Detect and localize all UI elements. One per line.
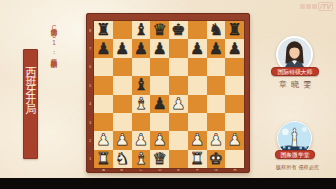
white-bishop: ♝ — [134, 150, 148, 168]
white-pawn: ♟ — [171, 95, 185, 113]
white-pawn: ♟ — [190, 131, 204, 149]
white-bishop: ♝ — [134, 95, 148, 113]
square-h4 — [225, 95, 244, 113]
black-pawn: ♟ — [227, 40, 241, 58]
square-e2 — [169, 131, 188, 149]
white-knight: ♞ — [115, 150, 129, 168]
black-queen: ♛ — [152, 21, 166, 39]
square-e3 — [169, 113, 188, 131]
chess-board: ♜♝♛♚♞♜♟♟♟♟♟♟♟♝♝♟♟♟♟♟♟♟♟♟♜♞♝♛♜♚ — [94, 21, 244, 168]
square-h1 — [225, 150, 244, 168]
square-b2: ♟ — [113, 131, 132, 149]
square-g3 — [207, 113, 226, 131]
square-a2: ♟ — [94, 131, 113, 149]
black-rook: ♜ — [227, 21, 241, 39]
white-pawn: ♟ — [209, 131, 223, 149]
square-f8 — [188, 21, 207, 39]
copyright-notice: 版权所有 侵权必究 — [276, 164, 314, 172]
black-pawn: ♟ — [209, 40, 223, 58]
square-a1: ♜ — [94, 150, 113, 168]
white-pawn: ♟ — [152, 131, 166, 149]
square-f7: ♟ — [188, 39, 207, 57]
square-g7: ♟ — [207, 39, 226, 57]
black-bishop: ♝ — [134, 76, 148, 94]
square-a8: ♜ — [94, 21, 113, 39]
brand-name-badge: 国象微学堂 — [275, 150, 315, 159]
white-king: ♚ — [209, 150, 223, 168]
square-h6 — [225, 58, 244, 76]
coach-title-badge: 国际特级大师 — [271, 67, 319, 76]
black-bishop: ♝ — [134, 21, 148, 39]
square-b3 — [113, 113, 132, 131]
square-d7: ♟ — [150, 39, 169, 57]
square-c5: ♝ — [132, 76, 151, 94]
square-h5 — [225, 76, 244, 94]
square-g5 — [207, 76, 226, 94]
square-e7 — [169, 39, 188, 57]
rank-labels: 87654321 — [87, 21, 94, 168]
black-king: ♚ — [171, 21, 185, 39]
square-a3 — [94, 113, 113, 131]
square-d1: ♛ — [150, 150, 169, 168]
white-pawn: ♟ — [227, 131, 241, 149]
square-b7: ♟ — [113, 39, 132, 57]
watermark-glyph — [306, 4, 311, 9]
coach-name: 章晓雯 — [268, 79, 322, 90]
square-h2: ♟ — [225, 131, 244, 149]
watermark-glyph — [300, 4, 305, 9]
brand-name-text: 国象微学堂 — [281, 150, 310, 158]
black-pawn: ♟ — [96, 40, 110, 58]
opening-title-banner: 西班牙开局 — [23, 49, 38, 159]
white-queen: ♛ — [152, 150, 166, 168]
watermark-glyph — [312, 4, 317, 9]
square-e4: ♟ — [169, 95, 188, 113]
white-pawn: ♟ — [115, 131, 129, 149]
square-e6 — [169, 58, 188, 76]
video-frame: /TV 西班牙开局 伯德防御之C61：开局阶段兵和黑象的争夺 87654321 … — [0, 0, 336, 189]
square-f1: ♜ — [188, 150, 207, 168]
square-c1: ♝ — [132, 150, 151, 168]
square-c3 — [132, 113, 151, 131]
square-a7: ♟ — [94, 39, 113, 57]
square-d4: ♟ — [150, 95, 169, 113]
white-rook: ♜ — [96, 150, 110, 168]
white-rook: ♜ — [190, 150, 204, 168]
black-pawn: ♟ — [152, 95, 166, 113]
square-b8 — [113, 21, 132, 39]
rank-label: 2 — [89, 138, 91, 143]
black-knight: ♞ — [209, 21, 223, 39]
square-f6 — [188, 58, 207, 76]
rank-label: 8 — [89, 28, 91, 33]
square-h8: ♜ — [225, 21, 244, 39]
square-f5 — [188, 76, 207, 94]
white-pawn: ♟ — [134, 131, 148, 149]
square-h7: ♟ — [225, 39, 244, 57]
square-d6 — [150, 58, 169, 76]
rank-label: 7 — [89, 46, 91, 51]
square-c7: ♟ — [132, 39, 151, 57]
white-pawn: ♟ — [96, 131, 110, 149]
square-g4 — [207, 95, 226, 113]
coach-title-text: 国际特级大师 — [278, 67, 313, 75]
square-g8: ♞ — [207, 21, 226, 39]
black-rook: ♜ — [96, 21, 110, 39]
tv-watermark: /TV — [300, 2, 333, 11]
square-b4 — [113, 95, 132, 113]
rank-label: 5 — [89, 83, 91, 88]
square-b5 — [113, 76, 132, 94]
rank-label: 6 — [89, 65, 91, 70]
opening-title-text: 西班牙开局 — [24, 50, 37, 158]
black-pawn: ♟ — [134, 40, 148, 58]
black-pawn: ♟ — [115, 40, 129, 58]
square-b6 — [113, 58, 132, 76]
square-h3 — [225, 113, 244, 131]
square-d5 — [150, 76, 169, 94]
square-f3 — [188, 113, 207, 131]
square-f2: ♟ — [188, 131, 207, 149]
square-e8: ♚ — [169, 21, 188, 39]
square-c6 — [132, 58, 151, 76]
square-b1: ♞ — [113, 150, 132, 168]
square-c4: ♝ — [132, 95, 151, 113]
rank-label: 4 — [89, 101, 91, 106]
square-e1 — [169, 150, 188, 168]
square-a4 — [94, 95, 113, 113]
chess-board-frame: 87654321 ABCDEFGH ♜♝♛♚♞♜♟♟♟♟♟♟♟♝♝♟♟♟♟♟♟♟… — [86, 13, 250, 173]
black-pawn: ♟ — [152, 40, 166, 58]
black-pawn: ♟ — [190, 40, 204, 58]
square-e5 — [169, 76, 188, 94]
square-d2: ♟ — [150, 131, 169, 149]
square-g1: ♚ — [207, 150, 226, 168]
square-g6 — [207, 58, 226, 76]
square-a6 — [94, 58, 113, 76]
square-d3 — [150, 113, 169, 131]
square-c8: ♝ — [132, 21, 151, 39]
square-g2: ♟ — [207, 131, 226, 149]
square-a5 — [94, 76, 113, 94]
rank-label: 3 — [89, 120, 91, 125]
lesson-subtitle: 伯德防御之C61：开局阶段兵和黑象的争夺 — [49, 23, 58, 163]
square-c2: ♟ — [132, 131, 151, 149]
square-f4 — [188, 95, 207, 113]
square-d8: ♛ — [150, 21, 169, 39]
rank-label: 1 — [89, 157, 91, 162]
tv-watermark-label: /TV — [318, 2, 333, 11]
letterbox-bar — [0, 178, 336, 189]
